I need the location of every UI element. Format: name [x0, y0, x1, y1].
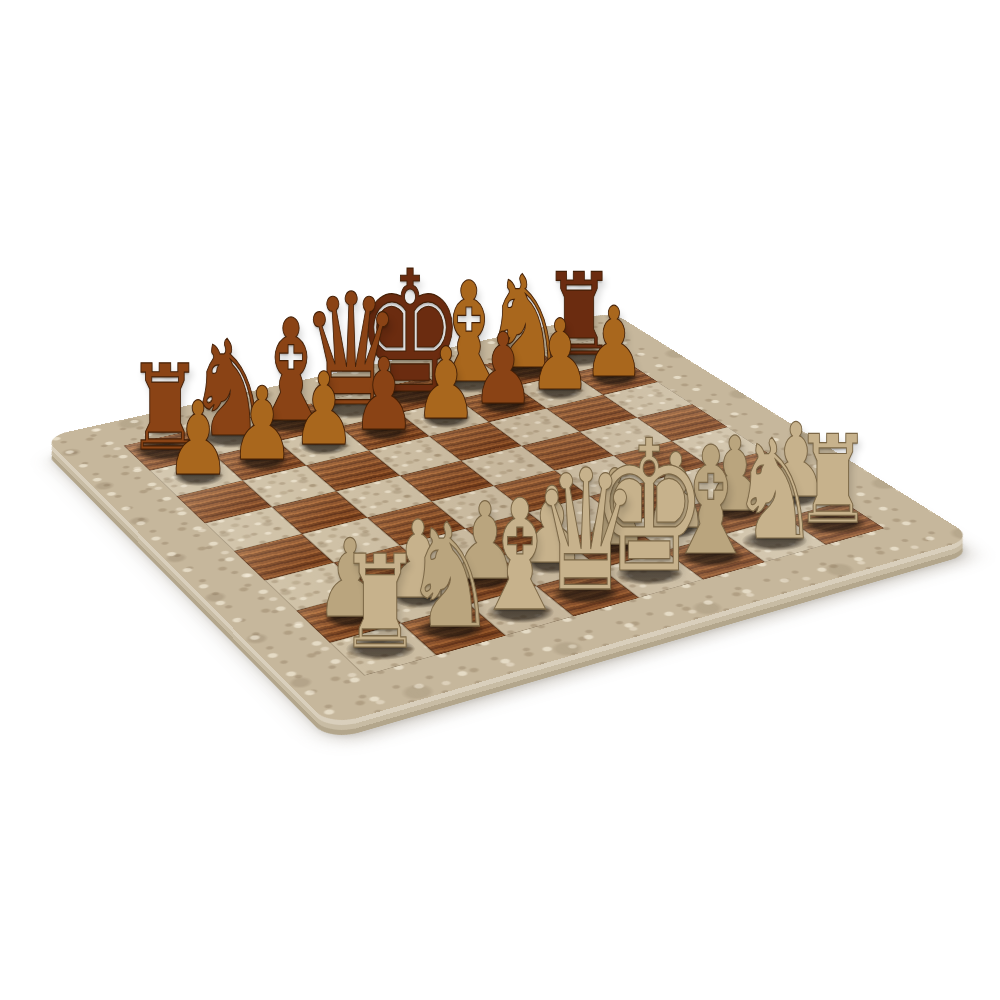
chess-set-photo: ♜♞♝♛♚♝♞♜♟♟♟♟♟♟♟♟♟♟♟♟♟♟♟♟♜♞♝♛♚♝♞♜: [0, 0, 1000, 1000]
piece-black-pawn-b7[interactable]: ♟: [229, 374, 294, 475]
piece-black-pawn-g7[interactable]: ♟: [528, 307, 591, 405]
piece-black-pawn-a7[interactable]: ♟: [165, 389, 231, 491]
piece-black-pawn-e7[interactable]: ♟: [414, 334, 478, 433]
piece-black-pawn-d7[interactable]: ♟: [352, 346, 416, 446]
piece-black-pawn-c7[interactable]: ♟: [292, 360, 357, 460]
piece-black-pawn-f7[interactable]: ♟: [472, 320, 535, 418]
piece-black-pawn-h7[interactable]: ♟: [583, 294, 646, 391]
piece-white-rook-a1[interactable]: ♜: [339, 539, 422, 668]
